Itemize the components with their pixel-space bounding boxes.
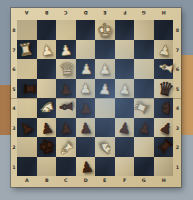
square-d8[interactable] <box>76 20 96 40</box>
square-b1[interactable] <box>37 157 57 177</box>
square-c7[interactable]: ♟ <box>56 40 76 60</box>
piece-white-king-e8[interactable]: ♚ <box>94 20 115 41</box>
rank-label-8: 8 <box>12 22 17 38</box>
piece-white-pawn-e5[interactable]: ♟ <box>95 78 115 98</box>
square-a7[interactable]: ♜ <box>17 40 37 60</box>
piece-white-queen-c6[interactable]: ♛ <box>56 58 77 79</box>
square-h8[interactable] <box>154 20 174 40</box>
square-e6[interactable]: ♟ <box>95 59 115 79</box>
square-a6[interactable] <box>17 59 37 79</box>
rank-label-8: 8 <box>175 22 181 38</box>
square-g8[interactable] <box>134 20 154 40</box>
square-c4[interactable]: ♝ <box>56 98 76 118</box>
piece-black-pawn-d4[interactable]: ♟ <box>75 97 96 118</box>
square-d1[interactable]: ♟ <box>76 157 96 177</box>
piece-white-bishop-h6-fallen[interactable]: ♝ <box>155 56 178 79</box>
square-c1[interactable] <box>56 157 76 177</box>
square-f2[interactable] <box>115 137 135 157</box>
rank-label-1: 1 <box>175 158 181 174</box>
piece-white-pawn-e6[interactable]: ♟ <box>95 59 115 79</box>
square-f8[interactable] <box>115 20 135 40</box>
square-g6[interactable] <box>134 59 154 79</box>
file-label-A: A <box>19 11 35 16</box>
file-label-E: E <box>97 11 113 16</box>
square-g3[interactable]: ♟ <box>134 118 154 138</box>
square-c2[interactable]: ♝ <box>56 137 76 157</box>
square-c8[interactable] <box>56 20 76 40</box>
file-label-D: D <box>77 11 93 16</box>
piece-white-pawn-b7[interactable]: ♟ <box>35 38 57 60</box>
square-g7[interactable] <box>134 40 154 60</box>
square-e2[interactable]: ♞ <box>95 137 115 157</box>
square-a8[interactable] <box>17 20 37 40</box>
piece-black-rook-h2-fallen[interactable]: ♜ <box>151 132 179 160</box>
piece-white-rook-a7[interactable]: ♜ <box>14 38 37 61</box>
file-label-C: C <box>58 11 74 16</box>
piece-black-pawn-d3[interactable]: ♟ <box>75 117 96 138</box>
square-g1[interactable] <box>134 157 154 177</box>
square-g2[interactable] <box>134 137 154 157</box>
piece-white-pawn-f5[interactable]: ♟ <box>114 78 135 99</box>
piece-black-bishop-c4-fallen[interactable]: ♝ <box>56 96 77 117</box>
square-b4[interactable]: ♞ <box>37 98 57 118</box>
file-label-H: H <box>155 11 171 16</box>
piece-white-pawn-d6[interactable]: ♟ <box>77 59 97 79</box>
square-f5[interactable]: ♟ <box>115 79 135 99</box>
square-d7[interactable] <box>76 40 96 60</box>
square-d6[interactable]: ♟ <box>76 59 96 79</box>
file-label-B: B <box>38 11 54 16</box>
square-e7[interactable] <box>95 40 115 60</box>
square-f3[interactable]: ♟ <box>115 118 135 138</box>
file-label-F: F <box>116 11 132 16</box>
file-label-C: C <box>58 178 74 183</box>
square-e1[interactable] <box>95 157 115 177</box>
piece-white-pawn-d5[interactable]: ♟ <box>76 79 96 99</box>
piece-white-knight-b4-fallen[interactable]: ♞ <box>34 96 58 120</box>
square-a3[interactable]: ♟ <box>17 118 37 138</box>
rank-label-1: 1 <box>12 158 17 174</box>
square-f7[interactable] <box>115 40 135 60</box>
square-h6[interactable]: ♝ <box>154 59 174 79</box>
square-f6[interactable] <box>115 59 135 79</box>
file-labels-top: ABCDEFGH <box>17 10 173 16</box>
rank-label-5: 5 <box>12 80 17 96</box>
rank-label-6: 6 <box>12 61 17 77</box>
piece-black-pawn-d1[interactable]: ♟ <box>75 155 97 177</box>
file-label-G: G <box>136 11 152 16</box>
square-f1[interactable] <box>115 157 135 177</box>
photo-scene: ABCDEFGH ABCDEFGH 87654321 87654321 ♚♜♟♟… <box>0 0 193 200</box>
square-d4[interactable]: ♟ <box>76 98 96 118</box>
square-h1[interactable] <box>154 157 174 177</box>
chess-board: ABCDEFGH ABCDEFGH 87654321 87654321 ♚♜♟♟… <box>11 8 181 187</box>
file-label-E: E <box>97 178 113 183</box>
square-h2[interactable]: ♜ <box>154 137 174 157</box>
square-d5[interactable]: ♟ <box>76 79 96 99</box>
rank-label-2: 2 <box>12 139 17 155</box>
square-d2[interactable] <box>76 137 96 157</box>
square-b7[interactable]: ♟ <box>37 40 57 60</box>
square-a1[interactable] <box>17 157 37 177</box>
square-a5[interactable]: ♜ <box>17 79 37 99</box>
rank-label-4: 4 <box>12 100 17 116</box>
square-e4[interactable] <box>95 98 115 118</box>
file-label-G: G <box>136 178 152 183</box>
table-edge-right <box>180 55 193 135</box>
file-label-B: B <box>38 178 54 183</box>
square-d3[interactable]: ♟ <box>76 118 96 138</box>
piece-black-pawn-f3[interactable]: ♟ <box>113 116 135 138</box>
square-b8[interactable] <box>37 20 57 40</box>
file-label-A: A <box>19 178 35 183</box>
square-e5[interactable]: ♟ <box>95 79 115 99</box>
square-b6[interactable] <box>37 59 57 79</box>
file-label-F: F <box>116 178 132 183</box>
file-label-D: D <box>77 178 93 183</box>
square-c5[interactable]: ♟ <box>56 79 76 99</box>
square-g4[interactable]: ♜ <box>134 98 154 118</box>
file-labels-bottom: ABCDEFGH <box>17 177 173 183</box>
square-e8[interactable]: ♚ <box>95 20 115 40</box>
square-c6[interactable]: ♛ <box>56 59 76 79</box>
square-e3[interactable] <box>95 118 115 138</box>
board-squares: ♚♜♟♟♟♛♟♟♝♜♟♟♟♟♛♞♝♟♜♞♟♟♟♟♟♟♟♚♝♞♜♟ <box>17 20 173 176</box>
file-label-H: H <box>155 178 171 183</box>
